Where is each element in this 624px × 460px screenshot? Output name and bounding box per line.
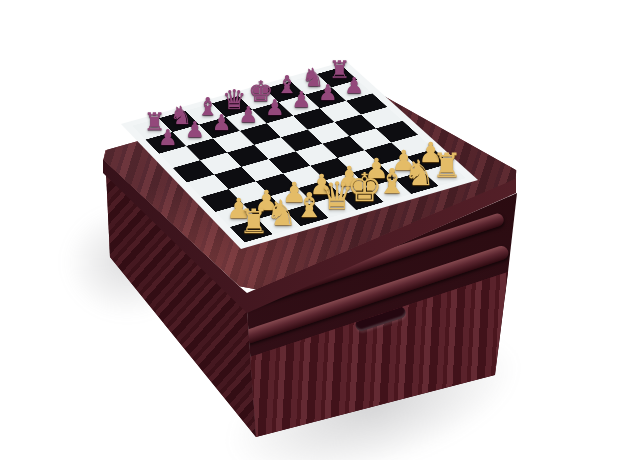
- product-photo: ♜♞♝♛♚♝♞♜♟♟♟♟♟♟♟♟♟♟♟♟♟♟♟♟♜♞♝♛♚♝♞♜: [0, 0, 624, 460]
- drawer-handle: [354, 305, 407, 332]
